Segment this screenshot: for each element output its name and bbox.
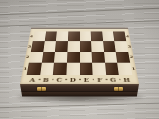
box-back-edge <box>31 27 128 29</box>
file-label: A <box>25 76 40 84</box>
floor-plank-seam <box>0 20 159 27</box>
photo-scene: 4321 4321 ABCDEFGH <box>0 0 159 119</box>
board-square-dark <box>67 52 80 63</box>
brass-latch-icon <box>114 87 123 91</box>
file-label: F <box>93 76 107 84</box>
file-label: D <box>66 76 80 84</box>
board-square-dark <box>80 41 92 51</box>
floor-plank-seam <box>0 7 159 16</box>
board-square-dark <box>44 31 57 41</box>
board-square-light <box>43 41 56 51</box>
chess-board-squares <box>27 31 133 75</box>
board-square-light <box>91 41 104 51</box>
box-front-edge <box>20 84 139 97</box>
file-label: G <box>106 76 120 84</box>
board-square-dark <box>53 63 67 75</box>
rank-label: 4 <box>125 31 131 41</box>
rank-label: 3 <box>126 41 132 51</box>
file-labels: ABCDEFGH <box>25 76 134 84</box>
board-square-light <box>54 52 67 63</box>
file-label: H <box>119 76 134 84</box>
file-label: C <box>52 76 66 84</box>
board-square-dark <box>41 52 55 63</box>
board-square-dark <box>68 31 80 41</box>
board-square-dark <box>91 31 103 41</box>
board-square-dark <box>80 63 93 75</box>
board-square-light <box>80 52 93 63</box>
chess-box-top-surface: 4321 4321 ABCDEFGH <box>20 27 139 84</box>
board-square-light <box>40 63 54 75</box>
brass-latch-icon <box>37 87 46 91</box>
board-square-dark <box>92 52 105 63</box>
board-square-light <box>67 41 79 51</box>
rank-label: 2 <box>128 52 135 63</box>
file-label: B <box>39 76 53 84</box>
file-label: E <box>80 76 94 84</box>
board-square-light <box>56 31 68 41</box>
board-square-light <box>80 31 92 41</box>
rank-label: 1 <box>130 63 137 75</box>
board-square-light <box>66 63 79 75</box>
floor-plank-seam <box>0 103 159 109</box>
board-square-dark <box>55 41 68 51</box>
board-square-light <box>92 63 106 75</box>
